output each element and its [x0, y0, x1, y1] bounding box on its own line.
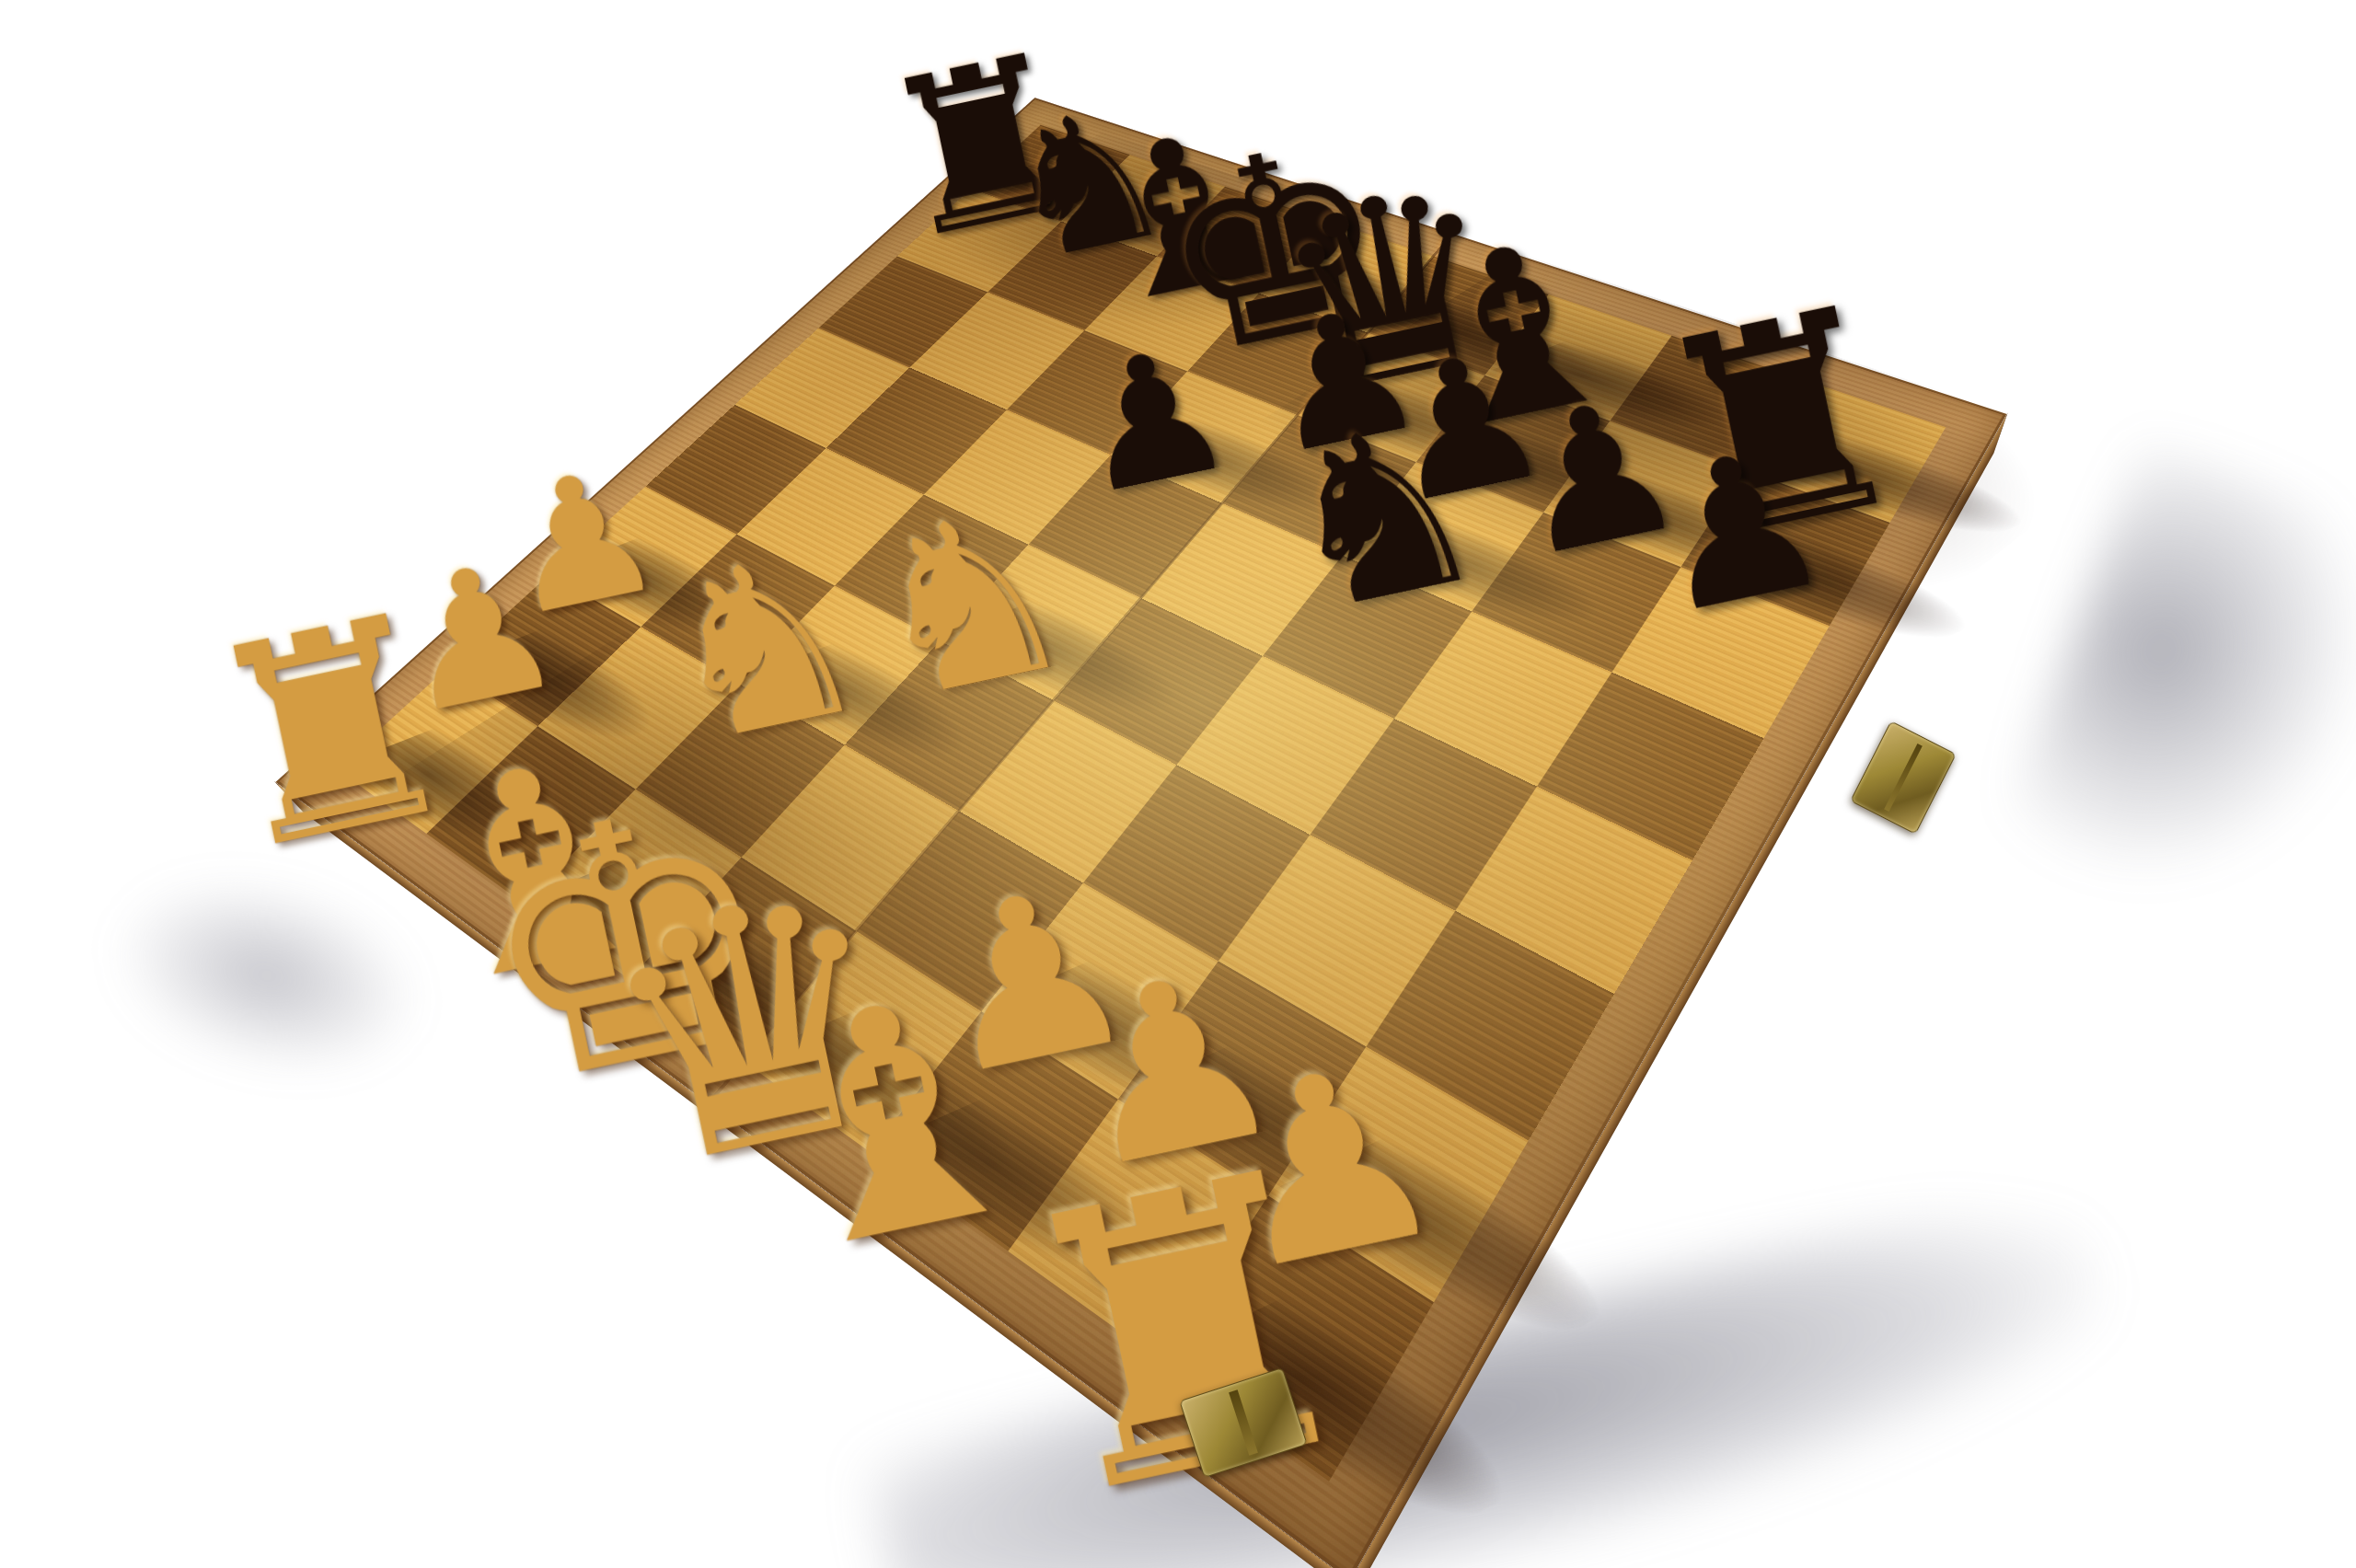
- chessboard: ♜♞♝♚♛♝♜♟♟♟♟♟♞♞♟♞♟♟♟♟♜♝♚♛♝♜: [337, 125, 1946, 1482]
- board-squares: ♜♞♝♚♛♝♜♟♟♟♟♟♞♞♟♞♟♟♟♟♜♝♚♛♝♜: [337, 125, 1946, 1482]
- piece-white-knight-d4[interactable]: ♞: [940, 545, 1141, 700]
- photo-scene: ♜♞♝♚♛♝♜♟♟♟♟♟♞♞♟♞♟♟♟♟♜♝♚♛♝♜: [0, 0, 2356, 1568]
- square-f6[interactable]: ♞: [1343, 462, 1544, 611]
- piece-black-knight-f6[interactable]: ♞: [1343, 462, 1544, 611]
- board-drop-shadow-right: [1998, 441, 2356, 940]
- square-d4[interactable]: ♞: [940, 545, 1141, 700]
- piece-black-pawn-h7[interactable]: ♟: [1680, 470, 1889, 627]
- brass-hinge-right: [1850, 721, 1957, 835]
- square-h7[interactable]: ♟: [1680, 470, 1889, 627]
